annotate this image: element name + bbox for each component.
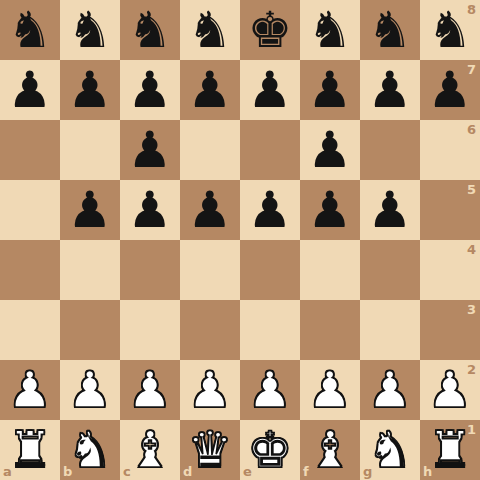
square-g4[interactable] [360,240,420,300]
square-e5[interactable]: ♟ [240,180,300,240]
square-f3[interactable] [300,300,360,360]
piece-white-pawn[interactable]: ♟ [68,360,113,420]
rank-label-5: 5 [467,183,476,196]
square-f7[interactable]: ♟ [300,60,360,120]
square-e6[interactable] [240,120,300,180]
square-a1[interactable]: ♜a [0,420,60,480]
piece-white-bishop[interactable]: ♝ [128,420,173,480]
square-g6[interactable] [360,120,420,180]
square-e2[interactable]: ♟ [240,360,300,420]
square-h4[interactable]: 4 [420,240,480,300]
square-g7[interactable]: ♟ [360,60,420,120]
square-h5[interactable]: 5 [420,180,480,240]
piece-black-pawn[interactable]: ♟ [308,120,353,180]
piece-white-bishop[interactable]: ♝ [308,420,353,480]
piece-black-pawn[interactable]: ♟ [428,60,473,120]
square-c5[interactable]: ♟ [120,180,180,240]
square-d7[interactable]: ♟ [180,60,240,120]
piece-black-knight[interactable]: ♞ [188,0,233,60]
square-c3[interactable] [120,300,180,360]
square-a2[interactable]: ♟ [0,360,60,420]
square-a6[interactable] [0,120,60,180]
piece-white-knight[interactable]: ♞ [68,420,113,480]
square-g3[interactable] [360,300,420,360]
piece-white-knight[interactable]: ♞ [368,420,413,480]
square-b5[interactable]: ♟ [60,180,120,240]
piece-black-pawn[interactable]: ♟ [8,60,53,120]
square-h6[interactable]: 6 [420,120,480,180]
square-f5[interactable]: ♟ [300,180,360,240]
square-g1[interactable]: ♞g [360,420,420,480]
square-a4[interactable] [0,240,60,300]
piece-black-king[interactable]: ♚ [248,0,293,60]
piece-black-knight[interactable]: ♞ [308,0,353,60]
square-f1[interactable]: ♝f [300,420,360,480]
piece-white-king[interactable]: ♚ [248,420,293,480]
square-g2[interactable]: ♟ [360,360,420,420]
piece-black-pawn[interactable]: ♟ [308,60,353,120]
piece-white-rook[interactable]: ♜ [428,420,473,480]
piece-white-rook[interactable]: ♜ [8,420,53,480]
square-b4[interactable] [60,240,120,300]
piece-black-pawn[interactable]: ♟ [188,60,233,120]
square-b8[interactable]: ♞ [60,0,120,60]
square-c6[interactable]: ♟ [120,120,180,180]
square-h8[interactable]: ♞8 [420,0,480,60]
piece-white-pawn[interactable]: ♟ [248,360,293,420]
square-e8[interactable]: ♚ [240,0,300,60]
square-g8[interactable]: ♞ [360,0,420,60]
square-b6[interactable] [60,120,120,180]
square-e7[interactable]: ♟ [240,60,300,120]
rank-label-4: 4 [467,243,476,256]
piece-black-pawn[interactable]: ♟ [128,180,173,240]
piece-black-pawn[interactable]: ♟ [308,180,353,240]
square-d2[interactable]: ♟ [180,360,240,420]
piece-black-pawn[interactable]: ♟ [188,180,233,240]
rank-label-6: 6 [467,123,476,136]
piece-black-knight[interactable]: ♞ [368,0,413,60]
square-d8[interactable]: ♞ [180,0,240,60]
piece-black-pawn[interactable]: ♟ [68,180,113,240]
square-b2[interactable]: ♟ [60,360,120,420]
square-h3[interactable]: 3 [420,300,480,360]
chess-board: ♞♞♞♞♚♞♞♞8♟♟♟♟♟♟♟♟7♟♟6♟♟♟♟♟♟543♟♟♟♟♟♟♟♟2♜… [0,0,480,480]
piece-black-knight[interactable]: ♞ [428,0,473,60]
square-h1[interactable]: ♜h1 [420,420,480,480]
square-h7[interactable]: ♟7 [420,60,480,120]
piece-black-pawn[interactable]: ♟ [128,60,173,120]
square-d4[interactable] [180,240,240,300]
square-g5[interactable]: ♟ [360,180,420,240]
square-d1[interactable]: ♛d [180,420,240,480]
square-a3[interactable] [0,300,60,360]
square-e3[interactable] [240,300,300,360]
square-f2[interactable]: ♟ [300,360,360,420]
square-e1[interactable]: ♚e [240,420,300,480]
piece-black-pawn[interactable]: ♟ [368,180,413,240]
square-b7[interactable]: ♟ [60,60,120,120]
square-a5[interactable] [0,180,60,240]
square-c7[interactable]: ♟ [120,60,180,120]
piece-black-pawn[interactable]: ♟ [368,60,413,120]
piece-black-pawn[interactable]: ♟ [248,60,293,120]
piece-white-queen[interactable]: ♛ [188,420,233,480]
square-c8[interactable]: ♞ [120,0,180,60]
rank-label-3: 3 [467,303,476,316]
piece-black-knight[interactable]: ♞ [68,0,113,60]
piece-white-pawn[interactable]: ♟ [188,360,233,420]
square-d5[interactable]: ♟ [180,180,240,240]
piece-black-pawn[interactable]: ♟ [248,180,293,240]
square-d6[interactable] [180,120,240,180]
square-c4[interactable] [120,240,180,300]
piece-black-knight[interactable]: ♞ [128,0,173,60]
piece-black-knight[interactable]: ♞ [8,0,53,60]
square-h2[interactable]: ♟2 [420,360,480,420]
square-c1[interactable]: ♝c [120,420,180,480]
piece-white-pawn[interactable]: ♟ [128,360,173,420]
square-d3[interactable] [180,300,240,360]
square-e4[interactable] [240,240,300,300]
piece-white-pawn[interactable]: ♟ [428,360,473,420]
piece-white-pawn[interactable]: ♟ [308,360,353,420]
square-a8[interactable]: ♞ [0,0,60,60]
square-a7[interactable]: ♟ [0,60,60,120]
piece-black-pawn[interactable]: ♟ [128,120,173,180]
square-b3[interactable] [60,300,120,360]
piece-white-pawn[interactable]: ♟ [8,360,53,420]
square-f6[interactable]: ♟ [300,120,360,180]
square-f8[interactable]: ♞ [300,0,360,60]
piece-black-pawn[interactable]: ♟ [68,60,113,120]
square-c2[interactable]: ♟ [120,360,180,420]
square-f4[interactable] [300,240,360,300]
piece-white-pawn[interactable]: ♟ [368,360,413,420]
square-b1[interactable]: ♞b [60,420,120,480]
